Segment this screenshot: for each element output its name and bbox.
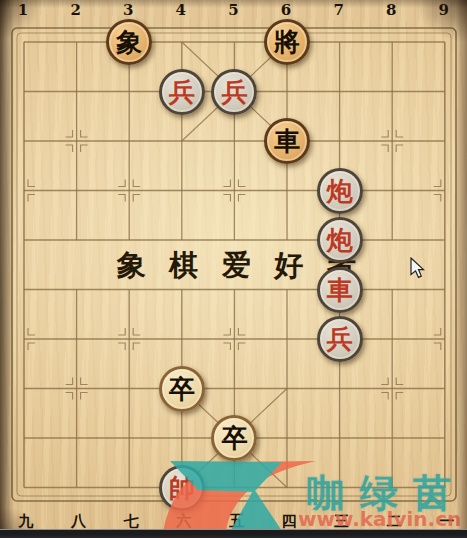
xiangqi-screenshot: 123456789 九八七六五四三二一 象棋爱好者 象將兵兵車炮炮車兵卒卒帥 咖… (0, 0, 467, 538)
brand-logo (0, 0, 467, 538)
url-watermark: www.kalvin.cn (298, 507, 461, 531)
bottom-bar (0, 529, 467, 538)
mouse-cursor-icon (410, 257, 427, 280)
